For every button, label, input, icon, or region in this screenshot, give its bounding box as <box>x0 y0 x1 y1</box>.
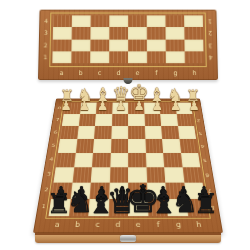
piece-white-pawn: ♟ <box>60 100 71 113</box>
piece-white-pawn: ♟ <box>79 100 90 113</box>
piece-black-rook: ♜ <box>194 190 219 218</box>
piece-white-pawn: ♟ <box>115 100 126 113</box>
product-photo: 4321 4321 abcdefgh 87654321 87654321 abc… <box>0 0 250 250</box>
piece-white-pawn: ♟ <box>134 100 145 113</box>
piece-white-pawn: ♟ <box>97 100 108 113</box>
piece-white-pawn: ♟ <box>188 100 199 113</box>
piece-white-pawn: ♟ <box>170 100 181 113</box>
pieces-layer: ♜♞♝♛♚♝♞♜♟♟♟♟♟♟♟♟♟♟♟♟♟♟♟♟♜♞♝♛♚♝♞♜ <box>0 0 250 250</box>
piece-white-pawn: ♟ <box>152 100 163 113</box>
